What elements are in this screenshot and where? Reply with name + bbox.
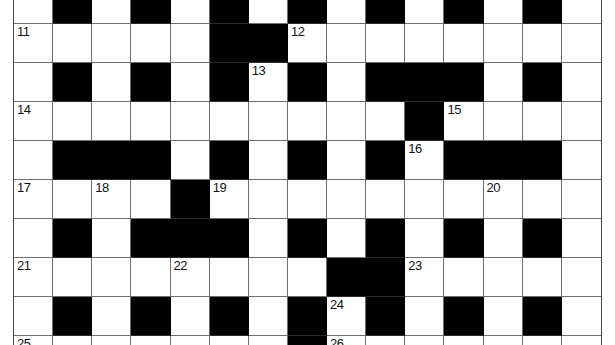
black-cell-r4c9 — [366, 141, 405, 180]
black-cell-r2c7 — [288, 63, 327, 102]
clue-number-24: 24 — [330, 298, 343, 311]
white-cell-r8c2[interactable] — [92, 297, 131, 336]
black-cell-r2c5 — [210, 63, 249, 102]
black-cell-r0c5 — [210, 0, 249, 24]
black-cell-r8c13 — [523, 297, 562, 336]
black-cell-r8c7 — [288, 297, 327, 336]
white-cell-r5c6[interactable] — [249, 180, 288, 219]
white-cell-r3c5[interactable] — [210, 102, 249, 141]
clue-number-11: 11 — [17, 25, 30, 38]
white-cell-r6c8[interactable] — [327, 219, 366, 258]
clue-number-21: 21 — [17, 259, 30, 272]
white-cell-r8c14[interactable] — [562, 297, 601, 336]
white-cell-r5c0[interactable]: 17 — [14, 180, 53, 219]
white-cell-r3c9[interactable] — [366, 102, 405, 141]
white-cell-r5c14[interactable] — [562, 180, 601, 219]
black-cell-r5c4 — [171, 180, 210, 219]
white-cell-r4c0[interactable] — [14, 141, 53, 180]
white-cell-r5c9[interactable] — [366, 180, 405, 219]
white-cell-r6c0[interactable] — [14, 219, 53, 258]
white-cell-r9c2[interactable] — [92, 336, 131, 345]
white-cell-r5c2[interactable]: 18 — [92, 180, 131, 219]
clue-number-20: 20 — [487, 181, 500, 194]
black-cell-r1c5 — [210, 24, 249, 63]
white-cell-r5c1[interactable] — [53, 180, 92, 219]
white-cell-r6c12[interactable] — [484, 219, 523, 258]
black-cell-r8c11 — [444, 297, 483, 336]
white-cell-r6c14[interactable] — [562, 219, 601, 258]
white-cell-r7c14[interactable] — [562, 258, 601, 297]
white-cell-r2c0[interactable] — [14, 63, 53, 102]
white-cell-r8c10[interactable] — [405, 297, 444, 336]
white-cell-r1c12[interactable] — [484, 24, 523, 63]
clue-number-13: 13 — [252, 64, 265, 77]
white-cell-r8c0[interactable] — [14, 297, 53, 336]
black-cell-r7c8 — [327, 258, 366, 297]
black-cell-r6c7 — [288, 219, 327, 258]
clue-number-17: 17 — [17, 181, 30, 194]
black-cell-r2c11 — [444, 63, 483, 102]
white-cell-r9c12[interactable] — [484, 336, 523, 345]
black-cell-r3c10 — [405, 102, 444, 141]
black-cell-r8c5 — [210, 297, 249, 336]
black-cell-r4c7 — [288, 141, 327, 180]
white-cell-r5c5[interactable]: 19 — [210, 180, 249, 219]
white-cell-r3c2[interactable] — [92, 102, 131, 141]
black-cell-r2c1 — [53, 63, 92, 102]
white-cell-r0c10[interactable] — [405, 0, 444, 24]
white-cell-r6c2[interactable] — [92, 219, 131, 258]
black-cell-r4c1 — [53, 141, 92, 180]
white-cell-r2c14[interactable] — [562, 63, 601, 102]
white-cell-r1c2[interactable] — [92, 24, 131, 63]
white-cell-r9c3[interactable] — [131, 336, 170, 345]
clue-number-25: 25 — [17, 337, 30, 345]
white-cell-r8c8[interactable]: 24 — [327, 297, 366, 336]
black-cell-r6c4 — [171, 219, 210, 258]
white-cell-r2c6[interactable]: 13 — [249, 63, 288, 102]
white-cell-r4c14[interactable] — [562, 141, 601, 180]
white-cell-r0c8[interactable] — [327, 0, 366, 24]
white-cell-r9c5[interactable] — [210, 336, 249, 345]
white-cell-r5c3[interactable] — [131, 180, 170, 219]
white-cell-r5c10[interactable] — [405, 180, 444, 219]
white-cell-r3c14[interactable] — [562, 102, 601, 141]
white-cell-r3c12[interactable] — [484, 102, 523, 141]
black-cell-r6c11 — [444, 219, 483, 258]
white-cell-r1c13[interactable] — [523, 24, 562, 63]
black-cell-r2c10 — [405, 63, 444, 102]
black-cell-r8c1 — [53, 297, 92, 336]
white-cell-r4c10[interactable]: 16 — [405, 141, 444, 180]
black-cell-r4c3 — [131, 141, 170, 180]
black-cell-r9c7 — [288, 336, 327, 345]
black-cell-r4c13 — [523, 141, 562, 180]
white-cell-r5c13[interactable] — [523, 180, 562, 219]
white-cell-r9c8[interactable]: 26 — [327, 336, 366, 345]
black-cell-r2c3 — [131, 63, 170, 102]
white-cell-r9c4[interactable] — [171, 336, 210, 345]
black-cell-r2c9 — [366, 63, 405, 102]
white-cell-r3c6[interactable] — [249, 102, 288, 141]
black-cell-r4c12 — [484, 141, 523, 180]
white-cell-r0c6[interactable] — [249, 0, 288, 24]
white-cell-r1c7[interactable]: 12 — [288, 24, 327, 63]
white-cell-r3c8[interactable] — [327, 102, 366, 141]
white-cell-r7c10[interactable]: 23 — [405, 258, 444, 297]
white-cell-r7c4[interactable]: 22 — [171, 258, 210, 297]
white-cell-r4c6[interactable] — [249, 141, 288, 180]
white-cell-r7c11[interactable] — [444, 258, 483, 297]
white-cell-r3c3[interactable] — [131, 102, 170, 141]
black-cell-r2c13 — [523, 63, 562, 102]
white-cell-r1c4[interactable] — [171, 24, 210, 63]
white-cell-r5c12[interactable]: 20 — [484, 180, 523, 219]
white-cell-r3c7[interactable] — [288, 102, 327, 141]
white-cell-r1c10[interactable] — [405, 24, 444, 63]
white-cell-r7c0[interactable]: 21 — [14, 258, 53, 297]
white-cell-r8c6[interactable] — [249, 297, 288, 336]
white-cell-r9c9[interactable] — [366, 336, 405, 345]
clue-number-14: 14 — [17, 103, 30, 116]
white-cell-r9c11[interactable] — [444, 336, 483, 345]
black-cell-r8c9 — [366, 297, 405, 336]
white-cell-r1c3[interactable] — [131, 24, 170, 63]
white-cell-r3c0[interactable]: 14 — [14, 102, 53, 141]
white-cell-r6c10[interactable] — [405, 219, 444, 258]
white-cell-r1c0[interactable]: 11 — [14, 24, 53, 63]
clue-number-19: 19 — [213, 181, 226, 194]
white-cell-r0c4[interactable] — [171, 0, 210, 24]
white-cell-r8c4[interactable] — [171, 297, 210, 336]
white-cell-r9c10[interactable] — [405, 336, 444, 345]
white-cell-r2c12[interactable] — [484, 63, 523, 102]
clue-number-23: 23 — [408, 259, 421, 272]
white-cell-r9c6[interactable] — [249, 336, 288, 345]
black-cell-r0c11 — [444, 0, 483, 24]
black-cell-r6c1 — [53, 219, 92, 258]
white-cell-r7c6[interactable] — [249, 258, 288, 297]
clue-number-15: 15 — [447, 103, 460, 116]
white-cell-r8c12[interactable] — [484, 297, 523, 336]
black-cell-r6c13 — [523, 219, 562, 258]
white-cell-r0c14[interactable] — [562, 0, 601, 24]
white-cell-r6c6[interactable] — [249, 219, 288, 258]
black-cell-r0c3 — [131, 0, 170, 24]
black-cell-r6c9 — [366, 219, 405, 258]
white-cell-r0c2[interactable] — [92, 0, 131, 24]
white-cell-r4c8[interactable] — [327, 141, 366, 180]
white-cell-r7c3[interactable] — [131, 258, 170, 297]
white-cell-r3c4[interactable] — [171, 102, 210, 141]
white-cell-r5c8[interactable] — [327, 180, 366, 219]
white-cell-r3c11[interactable]: 15 — [444, 102, 483, 141]
white-cell-r9c13[interactable] — [523, 336, 562, 345]
white-cell-r9c1[interactable] — [53, 336, 92, 345]
white-cell-r7c13[interactable] — [523, 258, 562, 297]
white-cell-r1c11[interactable] — [444, 24, 483, 63]
white-cell-r1c9[interactable] — [366, 24, 405, 63]
black-cell-r6c5 — [210, 219, 249, 258]
black-cell-r4c2 — [92, 141, 131, 180]
white-cell-r2c8[interactable] — [327, 63, 366, 102]
white-cell-r0c12[interactable] — [484, 0, 523, 24]
white-cell-r2c4[interactable] — [171, 63, 210, 102]
white-cell-r1c14[interactable] — [562, 24, 601, 63]
white-cell-r0c0[interactable] — [14, 0, 53, 24]
clue-number-18: 18 — [95, 181, 108, 194]
black-cell-r1c6 — [249, 24, 288, 63]
black-cell-r8c3 — [131, 297, 170, 336]
crossword-grid: 11121314151617181920212223242526 — [13, 0, 602, 345]
white-cell-r1c8[interactable] — [327, 24, 366, 63]
black-cell-r0c9 — [366, 0, 405, 24]
white-cell-r4c4[interactable] — [171, 141, 210, 180]
black-cell-r0c1 — [53, 0, 92, 24]
white-cell-r3c1[interactable] — [53, 102, 92, 141]
clue-number-26: 26 — [330, 337, 343, 345]
white-cell-r9c14[interactable] — [562, 336, 601, 345]
black-cell-r4c11 — [444, 141, 483, 180]
clue-number-22: 22 — [174, 259, 187, 272]
white-cell-r5c11[interactable] — [444, 180, 483, 219]
black-cell-r7c9 — [366, 258, 405, 297]
black-cell-r6c3 — [131, 219, 170, 258]
black-cell-r4c5 — [210, 141, 249, 180]
white-cell-r7c7[interactable] — [288, 258, 327, 297]
white-cell-r9c0[interactable]: 25 — [14, 336, 53, 345]
black-cell-r0c13 — [523, 0, 562, 24]
white-cell-r7c2[interactable] — [92, 258, 131, 297]
white-cell-r2c2[interactable] — [92, 63, 131, 102]
white-cell-r5c7[interactable] — [288, 180, 327, 219]
white-cell-r7c5[interactable] — [210, 258, 249, 297]
white-cell-r7c12[interactable] — [484, 258, 523, 297]
black-cell-r0c7 — [288, 0, 327, 24]
white-cell-r7c1[interactable] — [53, 258, 92, 297]
white-cell-r1c1[interactable] — [53, 24, 92, 63]
clue-number-12: 12 — [291, 25, 304, 38]
white-cell-r3c13[interactable] — [523, 102, 562, 141]
clue-number-16: 16 — [408, 142, 421, 155]
